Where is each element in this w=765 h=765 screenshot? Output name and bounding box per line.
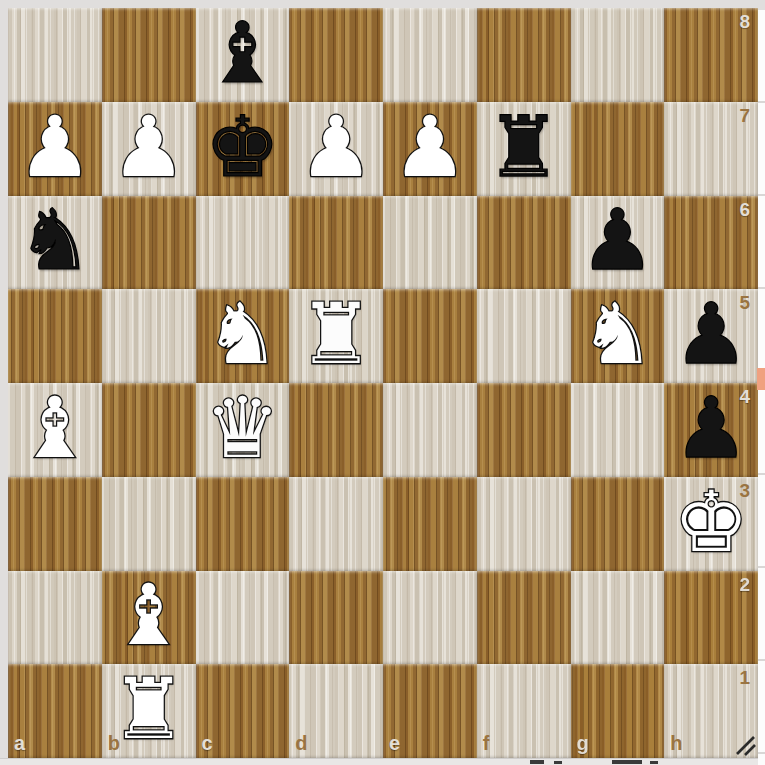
square-d7[interactable]: ♟ [289,102,383,196]
piece-white-pawn[interactable]: ♟ [392,105,467,189]
piece-white-knight[interactable]: ♞ [580,292,655,376]
square-a1[interactable]: a [8,664,102,758]
coord-file-c: c [202,732,213,755]
square-e6[interactable] [383,196,477,290]
square-a6[interactable]: ♞ [8,196,102,290]
coord-file-f: f [483,732,490,755]
square-b3[interactable] [102,477,196,571]
square-a5[interactable] [8,289,102,383]
square-d4[interactable] [289,383,383,477]
square-d2[interactable] [289,571,383,665]
piece-black-pawn[interactable]: ♟ [673,386,748,470]
square-e4[interactable] [383,383,477,477]
square-f4[interactable] [477,383,571,477]
square-d3[interactable] [289,477,383,571]
square-f2[interactable] [477,571,571,665]
coord-file-d: d [295,732,307,755]
piece-white-king[interactable]: ♚ [673,480,748,564]
square-g2[interactable] [571,571,665,665]
coord-rank-3: 3 [739,480,750,502]
coord-file-h: h [670,732,682,755]
square-b8[interactable] [102,8,196,102]
piece-white-knight[interactable]: ♞ [205,292,280,376]
square-d8[interactable] [289,8,383,102]
piece-white-queen[interactable]: ♛ [205,386,280,470]
square-e5[interactable] [383,289,477,383]
piece-white-rook[interactable]: ♜ [298,292,373,376]
coord-rank-2: 2 [739,574,750,596]
square-e3[interactable] [383,477,477,571]
square-c4[interactable]: ♛ [196,383,290,477]
square-h6[interactable]: 6 [664,196,758,290]
square-h3[interactable]: ♚3 [664,477,758,571]
square-g1[interactable]: g [571,664,665,758]
coord-file-b: b [108,732,120,755]
square-g3[interactable] [571,477,665,571]
piece-black-pawn[interactable]: ♟ [673,292,748,376]
piece-black-knight[interactable]: ♞ [17,198,92,282]
square-d1[interactable]: d [289,664,383,758]
square-b2[interactable]: ♝ [102,571,196,665]
square-d6[interactable] [289,196,383,290]
square-h4[interactable]: ♟4 [664,383,758,477]
square-g6[interactable]: ♟ [571,196,665,290]
square-h5[interactable]: ♟5 [664,289,758,383]
piece-white-pawn[interactable]: ♟ [111,105,186,189]
coord-file-e: e [389,732,400,755]
coord-rank-8: 8 [739,11,750,33]
square-f1[interactable]: f [477,664,571,758]
piece-black-king[interactable]: ♚ [205,105,280,189]
piece-white-bishop[interactable]: ♝ [111,573,186,657]
square-h2[interactable]: 2 [664,571,758,665]
piece-white-bishop[interactable]: ♝ [17,386,92,470]
resize-handle-icon [734,734,758,758]
square-c7[interactable]: ♚ [196,102,290,196]
square-c6[interactable] [196,196,290,290]
square-a4[interactable]: ♝ [8,383,102,477]
square-g7[interactable] [571,102,665,196]
square-b6[interactable] [102,196,196,290]
square-f5[interactable] [477,289,571,383]
piece-white-pawn[interactable]: ♟ [298,105,373,189]
piece-black-pawn[interactable]: ♟ [580,198,655,282]
coord-rank-5: 5 [739,292,750,314]
square-b1[interactable]: ♜b [102,664,196,758]
square-c2[interactable] [196,571,290,665]
coord-rank-4: 4 [739,386,750,408]
square-g4[interactable] [571,383,665,477]
square-d5[interactable]: ♜ [289,289,383,383]
square-h7[interactable]: 7 [664,102,758,196]
square-a8[interactable] [8,8,102,102]
piece-white-pawn[interactable]: ♟ [17,105,92,189]
square-a7[interactable]: ♟ [8,102,102,196]
square-f3[interactable] [477,477,571,571]
coord-rank-7: 7 [739,105,750,127]
scrollbar-accent [757,368,765,390]
piece-white-rook[interactable]: ♜ [111,667,186,751]
resize-handle[interactable] [734,734,758,758]
coord-file-g: g [577,732,589,755]
coord-rank-1: 1 [739,667,750,689]
square-e7[interactable]: ♟ [383,102,477,196]
square-a3[interactable] [8,477,102,571]
coord-rank-6: 6 [739,199,750,221]
square-e8[interactable] [383,8,477,102]
clipped-text-fragment [520,760,660,765]
square-b7[interactable]: ♟ [102,102,196,196]
coord-file-a: a [14,732,25,755]
square-a2[interactable] [8,571,102,665]
square-c8[interactable]: ♝ [196,8,290,102]
square-h8[interactable]: 8 [664,8,758,102]
chess-board: ♝8♟♟♚♟♟♜7♞♟6♞♜♞♟5♝♛♟4♚3♝2a♜bcdefgh1 [8,8,758,758]
square-g8[interactable] [571,8,665,102]
square-b5[interactable] [102,289,196,383]
square-c1[interactable]: c [196,664,290,758]
square-b4[interactable] [102,383,196,477]
square-f7[interactable]: ♜ [477,102,571,196]
piece-black-bishop[interactable]: ♝ [205,11,280,95]
square-e2[interactable] [383,571,477,665]
square-c3[interactable] [196,477,290,571]
piece-black-rook[interactable]: ♜ [486,105,561,189]
square-g5[interactable]: ♞ [571,289,665,383]
square-f6[interactable] [477,196,571,290]
square-e1[interactable]: e [383,664,477,758]
square-f8[interactable] [477,8,571,102]
square-c5[interactable]: ♞ [196,289,290,383]
